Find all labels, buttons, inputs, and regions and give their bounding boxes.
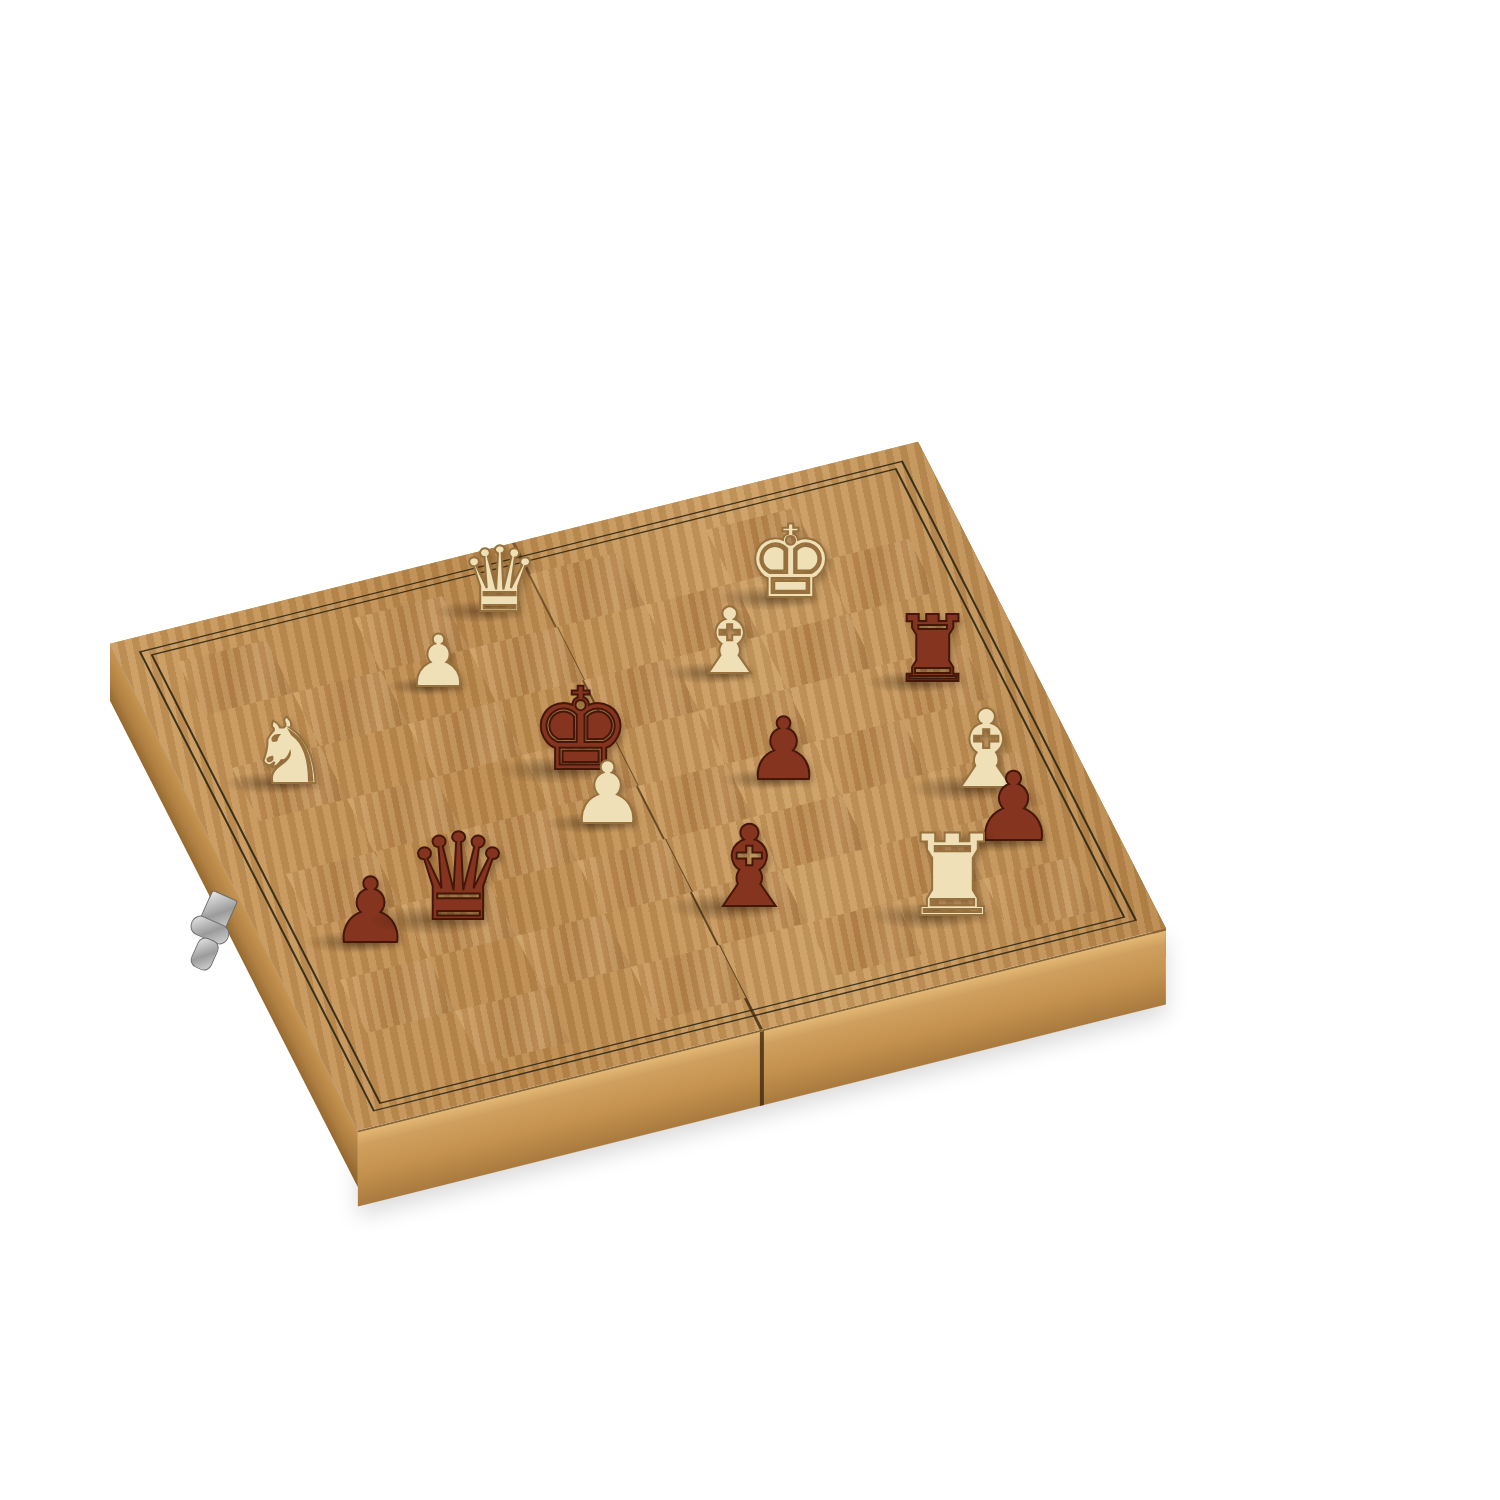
black-queen-icon: ♛: [405, 817, 513, 937]
black-pawn-icon: ♟: [745, 706, 822, 792]
white-knight-icon: ♞: [249, 705, 331, 796]
white-bishop-icon: ♝: [689, 595, 771, 686]
white-pawn-icon: ♟: [569, 750, 646, 836]
chess-set-photo: ♛♟♚♞♝♚♜♟♟♟♛♝♝♟♜: [0, 0, 1500, 1500]
black-rook-icon: ♜: [891, 603, 973, 695]
white-pawn-icon: ♟: [406, 625, 471, 697]
white-rook-icon: ♜: [902, 819, 1003, 932]
fold-seam-edge: [760, 1031, 764, 1106]
white-queen-icon: ♛: [459, 534, 540, 624]
black-pawn-icon: ♟: [330, 865, 411, 955]
black-bishop-icon: ♝: [699, 810, 800, 923]
